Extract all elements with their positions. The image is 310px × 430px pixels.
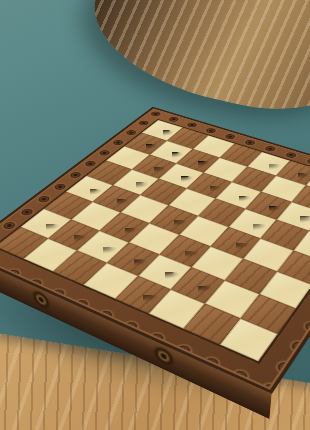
scene: ♜♚♝♟♟♟♜♞♟♝♟♟♞♝♛♟♟♞♞♟♚♜♝♛♟♟♟♜ <box>0 0 310 430</box>
wooden-bowl-decor <box>80 0 310 128</box>
square-h1[interactable] <box>220 318 278 361</box>
square-e1[interactable]: ♜ <box>115 276 170 313</box>
